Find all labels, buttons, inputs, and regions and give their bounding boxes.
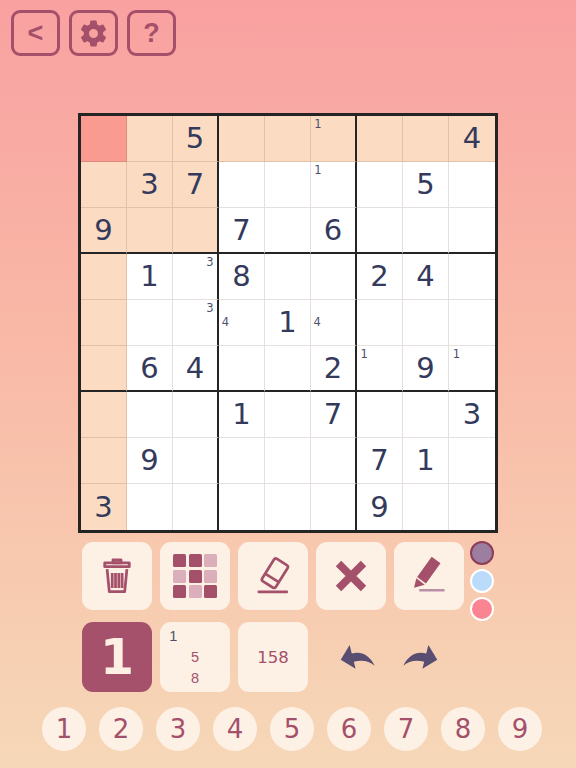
sudoku-cell[interactable] <box>265 116 311 162</box>
cell-value: 1 <box>140 262 158 291</box>
pen-mode-button[interactable] <box>394 542 464 610</box>
cell-value: 2 <box>324 354 342 383</box>
sudoku-cell[interactable]: 3 <box>81 484 127 530</box>
sudoku-cell[interactable] <box>403 484 449 530</box>
sudoku-cell[interactable]: 7 <box>173 162 219 208</box>
undo-button[interactable] <box>333 634 379 680</box>
clear-button[interactable] <box>316 542 386 610</box>
help-button[interactable]: ? <box>127 10 176 56</box>
sudoku-cell[interactable] <box>449 438 495 484</box>
sudoku-cell[interactable] <box>81 346 127 392</box>
sudoku-cell[interactable] <box>311 438 357 484</box>
sudoku-cell[interactable] <box>173 438 219 484</box>
color-dot-blue[interactable] <box>470 569 494 593</box>
back-button[interactable]: < <box>11 10 60 56</box>
sudoku-cell[interactable] <box>127 392 173 438</box>
sudoku-cell[interactable] <box>449 254 495 300</box>
numpad-button-2[interactable]: 2 <box>99 707 143 751</box>
cell-value: 6 <box>140 354 158 383</box>
sudoku-cell[interactable] <box>81 392 127 438</box>
sudoku-cell[interactable] <box>219 484 265 530</box>
pencil-mark: 1 <box>314 165 321 177</box>
cell-value: 6 <box>324 216 342 245</box>
question-mark-icon: ? <box>143 20 160 47</box>
big-number-mode-button[interactable]: 1 <box>82 622 152 692</box>
pencil-mark: 3 <box>206 257 213 269</box>
numpad-button-3[interactable]: 3 <box>156 707 200 751</box>
sudoku-cell[interactable]: 1 <box>127 254 173 300</box>
sudoku-cell[interactable]: 6 <box>127 346 173 392</box>
cell-value: 7 <box>186 170 204 199</box>
sudoku-cell[interactable] <box>357 208 403 254</box>
sudoku-cell[interactable]: 4 <box>219 300 265 346</box>
corner-mark-1: 1 <box>169 628 177 644</box>
cell-value: 3 <box>463 400 481 429</box>
corner-mark-5: 5 <box>191 649 199 665</box>
cell-value: 4 <box>463 124 481 153</box>
sudoku-cell[interactable] <box>173 208 219 254</box>
numpad-button-7[interactable]: 7 <box>384 707 428 751</box>
sudoku-cell[interactable]: 3 <box>173 254 219 300</box>
pen-icon <box>406 553 452 599</box>
sudoku-cell[interactable]: 1 <box>265 300 311 346</box>
sudoku-cell[interactable]: 5 <box>403 162 449 208</box>
sudoku-cell[interactable]: 9 <box>403 346 449 392</box>
sudoku-cell[interactable]: 1 <box>311 116 357 162</box>
cell-value: 7 <box>324 400 342 429</box>
sudoku-cell[interactable] <box>81 254 127 300</box>
pencil-mark: 1 <box>314 119 321 131</box>
pencil-mark: 4 <box>313 317 320 329</box>
cell-value: 4 <box>186 354 204 383</box>
sudoku-cell[interactable] <box>403 208 449 254</box>
eraser-icon <box>250 553 296 599</box>
sudoku-cell[interactable]: 1 <box>219 392 265 438</box>
undo-arrow-icon <box>331 630 382 681</box>
cell-value: 9 <box>94 216 112 245</box>
back-chevron-icon: < <box>28 20 44 47</box>
sudoku-cell[interactable] <box>357 116 403 162</box>
sudoku-cell[interactable]: 3 <box>127 162 173 208</box>
sudoku-cell[interactable] <box>357 392 403 438</box>
sudoku-cell[interactable]: 1 <box>449 346 495 392</box>
sudoku-cell[interactable] <box>265 254 311 300</box>
sudoku-cell[interactable]: 2 <box>357 254 403 300</box>
sudoku-cell[interactable] <box>265 438 311 484</box>
sudoku-cell[interactable] <box>311 254 357 300</box>
sudoku-cell[interactable]: 1 <box>403 438 449 484</box>
cell-value: 3 <box>140 170 158 199</box>
sudoku-cell[interactable]: 8 <box>219 254 265 300</box>
sudoku-cell[interactable] <box>357 162 403 208</box>
cell-value: 5 <box>186 124 204 153</box>
sudoku-cell[interactable]: 7 <box>311 392 357 438</box>
eraser-button[interactable] <box>238 542 308 610</box>
big-number-label: 1 <box>100 633 134 682</box>
cell-value: 1 <box>278 308 296 337</box>
sudoku-cell[interactable]: 4 <box>403 254 449 300</box>
numpad-button-4[interactable]: 4 <box>213 707 257 751</box>
cell-value: 9 <box>416 354 434 383</box>
cell-value: 9 <box>370 493 388 522</box>
sudoku-cell[interactable] <box>127 116 173 162</box>
color-mode-button[interactable] <box>160 542 230 610</box>
settings-button[interactable] <box>69 10 118 56</box>
sudoku-cell[interactable]: 6 <box>311 208 357 254</box>
pencil-mark: 4 <box>222 317 229 329</box>
cell-value: 4 <box>416 262 434 291</box>
sudoku-cell[interactable] <box>219 116 265 162</box>
sudoku-cell[interactable] <box>311 484 357 530</box>
pencil-mark: 1 <box>361 349 368 361</box>
numpad: 123456789 <box>0 707 576 751</box>
sudoku-cell[interactable] <box>449 208 495 254</box>
sudoku-cell[interactable] <box>449 484 495 530</box>
sudoku-cell[interactable] <box>265 346 311 392</box>
sudoku-cell[interactable] <box>81 300 127 346</box>
sudoku-cell[interactable]: 4 <box>449 116 495 162</box>
sudoku-cell[interactable] <box>219 438 265 484</box>
corner-mark-8: 8 <box>191 670 199 686</box>
sudoku-cell[interactable]: 5 <box>173 116 219 162</box>
sudoku-cell[interactable] <box>81 116 127 162</box>
cell-value: 9 <box>140 446 158 475</box>
sudoku-cell[interactable]: 3 <box>173 300 219 346</box>
center-mark-mode-button[interactable]: 158 <box>238 622 308 692</box>
sudoku-cell[interactable]: 7 <box>219 208 265 254</box>
cell-value: 3 <box>94 493 112 522</box>
sudoku-cell[interactable] <box>219 162 265 208</box>
cell-value: 2 <box>370 262 388 291</box>
color-grid-icon <box>173 554 217 598</box>
corner-mark-mode-button[interactable]: 1 5 8 <box>160 622 230 692</box>
sudoku-cell[interactable] <box>265 208 311 254</box>
sudoku-cell[interactable]: 7 <box>357 438 403 484</box>
sudoku-cell[interactable] <box>127 484 173 530</box>
pencil-mark: 3 <box>206 303 213 315</box>
redo-button[interactable] <box>399 634 445 680</box>
sudoku-cell[interactable]: 4 <box>311 300 357 346</box>
center-mark-label: 158 <box>257 648 289 667</box>
sudoku-cell[interactable]: 1 <box>357 346 403 392</box>
numpad-button-8[interactable]: 8 <box>441 707 485 751</box>
sudoku-cell[interactable] <box>219 346 265 392</box>
numpad-button-1[interactable]: 1 <box>42 707 86 751</box>
sudoku-cell[interactable]: 9 <box>357 484 403 530</box>
cell-value: 7 <box>370 446 388 475</box>
sudoku-cell[interactable] <box>265 392 311 438</box>
cell-value: 7 <box>232 216 250 245</box>
cell-value: 1 <box>232 400 250 429</box>
sudoku-cell[interactable]: 1 <box>311 162 357 208</box>
color-dot-purple[interactable] <box>470 541 494 565</box>
sudoku-cell[interactable] <box>81 162 127 208</box>
numpad-button-9[interactable]: 9 <box>498 707 542 751</box>
sudoku-cell[interactable] <box>127 208 173 254</box>
sudoku-cell[interactable]: 3 <box>449 392 495 438</box>
sudoku-cell[interactable] <box>403 300 449 346</box>
cell-value: 8 <box>232 262 250 291</box>
color-dot-red[interactable] <box>470 597 494 621</box>
cell-value: 5 <box>416 170 434 199</box>
sudoku-cell[interactable]: 9 <box>81 208 127 254</box>
sudoku-cell[interactable] <box>403 392 449 438</box>
numpad-button-6[interactable]: 6 <box>327 707 371 751</box>
sudoku-board: 514371597613824341464219117397139 <box>78 113 498 533</box>
sudoku-app: < ? 514371597613824341464219117397139 <box>0 0 576 768</box>
sudoku-cell[interactable]: 2 <box>311 346 357 392</box>
sudoku-cell[interactable] <box>173 392 219 438</box>
sudoku-cell[interactable] <box>449 300 495 346</box>
sudoku-cell[interactable] <box>265 162 311 208</box>
trash-icon <box>95 554 139 598</box>
sudoku-cell[interactable] <box>357 300 403 346</box>
sudoku-cell[interactable] <box>403 116 449 162</box>
sudoku-cell[interactable] <box>173 484 219 530</box>
sudoku-cell[interactable] <box>449 162 495 208</box>
gear-icon <box>78 18 109 49</box>
sudoku-cell[interactable] <box>127 300 173 346</box>
sudoku-cell[interactable] <box>81 438 127 484</box>
delete-button[interactable] <box>82 542 152 610</box>
x-icon <box>331 556 371 596</box>
sudoku-cell[interactable]: 9 <box>127 438 173 484</box>
redo-arrow-icon <box>397 630 448 681</box>
pencil-mark: 1 <box>453 349 460 361</box>
cell-value: 1 <box>416 446 434 475</box>
sudoku-cell[interactable]: 4 <box>173 346 219 392</box>
numpad-button-5[interactable]: 5 <box>270 707 314 751</box>
sudoku-cell[interactable] <box>265 484 311 530</box>
